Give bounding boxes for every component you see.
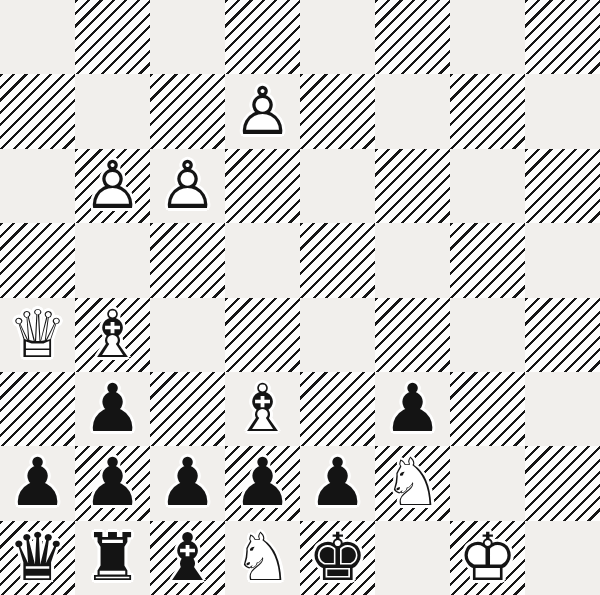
black-pawn-glyph: ♟ bbox=[383, 376, 442, 442]
square-d1[interactable]: ♞♘ bbox=[225, 521, 300, 595]
square-h2[interactable] bbox=[525, 446, 600, 520]
black-rook[interactable]: ♜♜ bbox=[75, 521, 150, 595]
square-h3[interactable] bbox=[525, 372, 600, 446]
square-a1[interactable]: ♛♛ bbox=[0, 521, 75, 595]
black-pawn-glyph: ♟ bbox=[83, 450, 142, 516]
square-f6[interactable] bbox=[375, 149, 450, 223]
square-f8[interactable] bbox=[375, 0, 450, 74]
square-h4[interactable] bbox=[525, 298, 600, 372]
square-a2[interactable]: ♟♟ bbox=[0, 446, 75, 520]
black-pawn-glyph: ♟ bbox=[83, 376, 142, 442]
square-d5[interactable] bbox=[225, 223, 300, 297]
square-g5[interactable] bbox=[450, 223, 525, 297]
white-king[interactable]: ♚♔ bbox=[450, 521, 525, 595]
chess-board: ♟♙♟♙♟♙♛♕♝♗♟♟♝♗♟♟♟♟♟♟♟♟♟♟♟♟♞♘♛♛♜♜♝♝♞♘♚♚♚♔ bbox=[0, 0, 600, 595]
square-a7[interactable] bbox=[0, 74, 75, 148]
black-pawn[interactable]: ♟♟ bbox=[0, 446, 75, 520]
black-pawn[interactable]: ♟♟ bbox=[150, 446, 225, 520]
square-e3[interactable] bbox=[300, 372, 375, 446]
square-c4[interactable] bbox=[150, 298, 225, 372]
black-king[interactable]: ♚♚ bbox=[300, 521, 375, 595]
square-a8[interactable] bbox=[0, 0, 75, 74]
square-b7[interactable] bbox=[75, 74, 150, 148]
square-c6[interactable]: ♟♙ bbox=[150, 149, 225, 223]
square-e6[interactable] bbox=[300, 149, 375, 223]
black-pawn-glyph: ♟ bbox=[8, 450, 67, 516]
black-pawn[interactable]: ♟♟ bbox=[225, 446, 300, 520]
white-knight[interactable]: ♞♘ bbox=[375, 446, 450, 520]
square-g4[interactable] bbox=[450, 298, 525, 372]
square-c2[interactable]: ♟♟ bbox=[150, 446, 225, 520]
square-c1[interactable]: ♝♝ bbox=[150, 521, 225, 595]
black-pawn-glyph: ♟ bbox=[233, 450, 292, 516]
square-g2[interactable] bbox=[450, 446, 525, 520]
white-bishop[interactable]: ♝♗ bbox=[225, 372, 300, 446]
square-d2[interactable]: ♟♟ bbox=[225, 446, 300, 520]
black-pawn[interactable]: ♟♟ bbox=[300, 446, 375, 520]
square-e8[interactable] bbox=[300, 0, 375, 74]
square-g6[interactable] bbox=[450, 149, 525, 223]
square-f7[interactable] bbox=[375, 74, 450, 148]
square-b2[interactable]: ♟♟ bbox=[75, 446, 150, 520]
black-bishop-glyph: ♝ bbox=[158, 525, 217, 591]
black-pawn-glyph: ♟ bbox=[158, 450, 217, 516]
black-pawn[interactable]: ♟♟ bbox=[75, 446, 150, 520]
square-c7[interactable] bbox=[150, 74, 225, 148]
square-d4[interactable] bbox=[225, 298, 300, 372]
square-g7[interactable] bbox=[450, 74, 525, 148]
square-b8[interactable] bbox=[75, 0, 150, 74]
square-f5[interactable] bbox=[375, 223, 450, 297]
square-h5[interactable] bbox=[525, 223, 600, 297]
square-g8[interactable] bbox=[450, 0, 525, 74]
square-b6[interactable]: ♟♙ bbox=[75, 149, 150, 223]
square-h1[interactable] bbox=[525, 521, 600, 595]
square-b5[interactable] bbox=[75, 223, 150, 297]
white-pawn[interactable]: ♟♙ bbox=[150, 149, 225, 223]
square-g3[interactable] bbox=[450, 372, 525, 446]
square-a4[interactable]: ♛♕ bbox=[0, 298, 75, 372]
square-c8[interactable] bbox=[150, 0, 225, 74]
white-knight-glyph: ♘ bbox=[383, 450, 442, 516]
square-h7[interactable] bbox=[525, 74, 600, 148]
square-d8[interactable] bbox=[225, 0, 300, 74]
white-bishop[interactable]: ♝♗ bbox=[75, 298, 150, 372]
square-e1[interactable]: ♚♚ bbox=[300, 521, 375, 595]
black-queen[interactable]: ♛♛ bbox=[0, 521, 75, 595]
white-knight[interactable]: ♞♘ bbox=[225, 521, 300, 595]
square-a5[interactable] bbox=[0, 223, 75, 297]
black-bishop[interactable]: ♝♝ bbox=[150, 521, 225, 595]
square-e4[interactable] bbox=[300, 298, 375, 372]
square-e5[interactable] bbox=[300, 223, 375, 297]
black-rook-glyph: ♜ bbox=[83, 525, 142, 591]
square-h8[interactable] bbox=[525, 0, 600, 74]
square-d7[interactable]: ♟♙ bbox=[225, 74, 300, 148]
white-queen[interactable]: ♛♕ bbox=[0, 298, 75, 372]
black-pawn-glyph: ♟ bbox=[308, 450, 367, 516]
square-a6[interactable] bbox=[0, 149, 75, 223]
square-g1[interactable]: ♚♔ bbox=[450, 521, 525, 595]
white-pawn[interactable]: ♟♙ bbox=[75, 149, 150, 223]
square-c3[interactable] bbox=[150, 372, 225, 446]
white-pawn-glyph: ♙ bbox=[83, 153, 142, 219]
white-bishop-glyph: ♗ bbox=[83, 302, 142, 368]
square-f2[interactable]: ♞♘ bbox=[375, 446, 450, 520]
black-pawn[interactable]: ♟♟ bbox=[375, 372, 450, 446]
white-king-glyph: ♔ bbox=[458, 525, 517, 591]
square-a3[interactable] bbox=[0, 372, 75, 446]
black-pawn[interactable]: ♟♟ bbox=[75, 372, 150, 446]
square-b1[interactable]: ♜♜ bbox=[75, 521, 150, 595]
white-pawn-glyph: ♙ bbox=[233, 79, 292, 145]
square-e2[interactable]: ♟♟ bbox=[300, 446, 375, 520]
white-knight-glyph: ♘ bbox=[233, 525, 292, 591]
square-f3[interactable]: ♟♟ bbox=[375, 372, 450, 446]
white-pawn-glyph: ♙ bbox=[158, 153, 217, 219]
square-e7[interactable] bbox=[300, 74, 375, 148]
square-b4[interactable]: ♝♗ bbox=[75, 298, 150, 372]
white-bishop-glyph: ♗ bbox=[233, 376, 292, 442]
square-f1[interactable] bbox=[375, 521, 450, 595]
square-f4[interactable] bbox=[375, 298, 450, 372]
square-d3[interactable]: ♝♗ bbox=[225, 372, 300, 446]
white-pawn[interactable]: ♟♙ bbox=[225, 74, 300, 148]
square-d6[interactable] bbox=[225, 149, 300, 223]
black-king-glyph: ♚ bbox=[308, 525, 367, 591]
square-h6[interactable] bbox=[525, 149, 600, 223]
square-b3[interactable]: ♟♟ bbox=[75, 372, 150, 446]
square-c5[interactable] bbox=[150, 223, 225, 297]
white-queen-glyph: ♕ bbox=[8, 302, 67, 368]
black-queen-glyph: ♛ bbox=[8, 525, 67, 591]
